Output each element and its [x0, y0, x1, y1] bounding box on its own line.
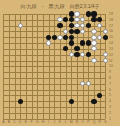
hoshi-point: [20, 31, 21, 32]
black-stone: [69, 35, 74, 40]
white-stone: [74, 11, 79, 16]
black-stone: [97, 17, 102, 22]
grid-line-horizontal: [3, 95, 105, 96]
white-stone: [74, 17, 79, 22]
row-label: 9: [109, 70, 117, 74]
row-label: 12: [109, 53, 117, 57]
row-label: 2: [109, 111, 117, 115]
black-stone: [18, 99, 23, 104]
white-stone: [91, 46, 96, 51]
hoshi-point: [54, 66, 55, 67]
row-label: 13: [109, 47, 117, 51]
column-label: S: [102, 120, 108, 124]
black-stone: [86, 11, 91, 16]
white-stone: [80, 17, 85, 22]
grid-line-horizontal: [3, 90, 105, 91]
row-label: 14: [109, 41, 117, 45]
row-label: 6: [109, 88, 117, 92]
white-stone: [74, 23, 79, 28]
white-stone: [80, 81, 85, 86]
row-label: 3: [109, 105, 117, 109]
grid-line-horizontal: [3, 107, 105, 108]
black-stone: [91, 11, 96, 16]
black-stone: [80, 40, 85, 45]
white-stone: [18, 23, 23, 28]
black-stone: [69, 11, 74, 16]
white-stone: [86, 81, 91, 86]
black-stone: [63, 46, 68, 51]
row-label: 18: [109, 18, 117, 22]
grid-line-horizontal: [3, 78, 105, 79]
hoshi-point: [88, 101, 89, 102]
white-stone: [103, 29, 108, 34]
black-stone: [57, 23, 62, 28]
black-stone: [86, 23, 91, 28]
grid-line-vertical: [100, 14, 101, 119]
hoshi-point: [20, 66, 21, 67]
hoshi-point: [88, 66, 89, 67]
grid-line-vertical: [60, 14, 61, 119]
row-label: 7: [109, 82, 117, 86]
row-label: 19: [109, 12, 117, 16]
white-stone: [97, 23, 102, 28]
white-stone: [91, 40, 96, 45]
black-stone: [74, 52, 79, 57]
black-stone: [74, 29, 79, 34]
white-stone: [46, 40, 51, 45]
white-stone: [103, 58, 108, 63]
black-stone: [69, 29, 74, 34]
black-stone: [86, 52, 91, 57]
row-label: 10: [109, 64, 117, 68]
row-label: 1: [109, 117, 117, 121]
white-stone: [57, 35, 62, 40]
white-stone: [80, 29, 85, 34]
black-stone: [63, 35, 68, 40]
black-stone: [97, 93, 102, 98]
black-stone: [91, 99, 96, 104]
black-stone: [91, 17, 96, 22]
black-stone: [52, 35, 57, 40]
white-stone: [103, 52, 108, 57]
grid-line-horizontal: [3, 113, 105, 114]
row-label: 17: [109, 24, 117, 28]
go-board[interactable]: ABCDEFGHIJKLMNOPQRS191817161514131211109…: [0, 0, 120, 126]
black-stone: [69, 40, 74, 45]
white-stone: [57, 17, 62, 22]
hoshi-point: [54, 101, 55, 102]
black-stone: [69, 23, 74, 28]
black-stone: [74, 46, 79, 51]
white-stone: [97, 35, 102, 40]
row-label: 15: [109, 35, 117, 39]
black-stone: [46, 35, 51, 40]
row-label: 5: [109, 93, 117, 97]
white-stone: [91, 29, 96, 34]
row-label: 11: [109, 59, 117, 63]
black-stone: [63, 17, 68, 22]
white-stone: [91, 35, 96, 40]
row-label: 4: [109, 99, 117, 103]
black-stone: [103, 35, 108, 40]
white-stone: [63, 29, 68, 34]
black-stone: [69, 17, 74, 22]
white-stone: [91, 58, 96, 63]
white-stone: [69, 52, 74, 57]
grid-line-horizontal: [3, 72, 105, 73]
white-stone: [80, 23, 85, 28]
white-stone: [80, 52, 85, 57]
black-stone: [86, 40, 91, 45]
black-stone: [69, 99, 74, 104]
go-viewer-window: 白:九段 - 黑:九段 白胜2又1/4子 ABCDEFGHIJKLMNOPQRS…: [0, 0, 120, 126]
row-label: 8: [109, 76, 117, 80]
row-label: 16: [109, 29, 117, 33]
